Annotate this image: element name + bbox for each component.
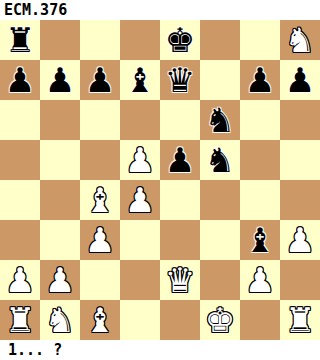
piece-black-knight[interactable]: ♞ — [205, 140, 235, 180]
square-d5[interactable]: ♟ — [120, 140, 160, 180]
square-c6[interactable] — [80, 100, 120, 140]
piece-black-pawn[interactable]: ♟ — [5, 60, 35, 100]
square-a1[interactable]: ♜ — [0, 300, 40, 340]
square-c1[interactable]: ♝ — [80, 300, 120, 340]
square-g4[interactable] — [240, 180, 280, 220]
square-d1[interactable] — [120, 300, 160, 340]
square-e5[interactable]: ♟ — [160, 140, 200, 180]
square-a3[interactable] — [0, 220, 40, 260]
piece-black-knight[interactable]: ♞ — [205, 100, 235, 140]
square-f3[interactable] — [200, 220, 240, 260]
square-f5[interactable]: ♞ — [200, 140, 240, 180]
piece-white-bishop[interactable]: ♝ — [85, 300, 115, 340]
piece-white-pawn[interactable]: ♟ — [285, 220, 315, 260]
move-prompt: 1... ? — [0, 340, 320, 360]
square-d3[interactable] — [120, 220, 160, 260]
square-e4[interactable] — [160, 180, 200, 220]
piece-black-pawn[interactable]: ♟ — [165, 140, 195, 180]
square-d8[interactable] — [120, 20, 160, 60]
chess-board: ♜♚♞♟♟♟♝♛♟♟♞♟♟♞♝♟♟♝♟♟♟♛♟♜♞♝♚♜ — [0, 20, 320, 340]
puzzle-id: ECM.376 — [0, 0, 320, 20]
square-e6[interactable] — [160, 100, 200, 140]
square-c8[interactable] — [80, 20, 120, 60]
square-f8[interactable] — [200, 20, 240, 60]
square-f7[interactable] — [200, 60, 240, 100]
square-h4[interactable] — [280, 180, 320, 220]
square-d6[interactable] — [120, 100, 160, 140]
chess-app-window: ECM.376 ♜♚♞♟♟♟♝♛♟♟♞♟♟♞♝♟♟♝♟♟♟♛♟♜♞♝♚♜ 1..… — [0, 0, 320, 360]
piece-white-pawn[interactable]: ♟ — [125, 180, 155, 220]
square-a2[interactable]: ♟ — [0, 260, 40, 300]
square-g5[interactable] — [240, 140, 280, 180]
square-d4[interactable]: ♟ — [120, 180, 160, 220]
square-g8[interactable] — [240, 20, 280, 60]
piece-black-rook[interactable]: ♜ — [5, 20, 35, 60]
piece-white-pawn[interactable]: ♟ — [245, 260, 275, 300]
piece-black-pawn[interactable]: ♟ — [45, 60, 75, 100]
square-b5[interactable] — [40, 140, 80, 180]
square-e7[interactable]: ♛ — [160, 60, 200, 100]
piece-white-pawn[interactable]: ♟ — [45, 260, 75, 300]
piece-white-knight[interactable]: ♞ — [285, 20, 315, 60]
piece-white-king[interactable]: ♚ — [205, 300, 235, 340]
square-h2[interactable] — [280, 260, 320, 300]
square-c7[interactable]: ♟ — [80, 60, 120, 100]
square-g2[interactable]: ♟ — [240, 260, 280, 300]
square-c4[interactable]: ♝ — [80, 180, 120, 220]
square-c5[interactable] — [80, 140, 120, 180]
square-a5[interactable] — [0, 140, 40, 180]
square-c3[interactable]: ♟ — [80, 220, 120, 260]
square-h3[interactable]: ♟ — [280, 220, 320, 260]
square-f2[interactable] — [200, 260, 240, 300]
piece-black-bishop[interactable]: ♝ — [125, 60, 155, 100]
square-e1[interactable] — [160, 300, 200, 340]
piece-black-queen[interactable]: ♛ — [165, 60, 195, 100]
piece-white-rook[interactable]: ♜ — [285, 300, 315, 340]
piece-white-pawn[interactable]: ♟ — [5, 260, 35, 300]
piece-white-pawn[interactable]: ♟ — [125, 140, 155, 180]
piece-white-rook[interactable]: ♜ — [5, 300, 35, 340]
square-h1[interactable]: ♜ — [280, 300, 320, 340]
piece-black-bishop[interactable]: ♝ — [245, 220, 275, 260]
square-f1[interactable]: ♚ — [200, 300, 240, 340]
square-a7[interactable]: ♟ — [0, 60, 40, 100]
piece-black-king[interactable]: ♚ — [165, 20, 195, 60]
piece-white-knight[interactable]: ♞ — [45, 300, 75, 340]
square-e2[interactable]: ♛ — [160, 260, 200, 300]
square-g3[interactable]: ♝ — [240, 220, 280, 260]
square-b3[interactable] — [40, 220, 80, 260]
square-g1[interactable] — [240, 300, 280, 340]
piece-black-pawn[interactable]: ♟ — [245, 60, 275, 100]
square-g6[interactable] — [240, 100, 280, 140]
square-f6[interactable]: ♞ — [200, 100, 240, 140]
square-b8[interactable] — [40, 20, 80, 60]
square-d2[interactable] — [120, 260, 160, 300]
square-b7[interactable]: ♟ — [40, 60, 80, 100]
square-f4[interactable] — [200, 180, 240, 220]
square-d7[interactable]: ♝ — [120, 60, 160, 100]
piece-white-pawn[interactable]: ♟ — [85, 220, 115, 260]
square-e8[interactable]: ♚ — [160, 20, 200, 60]
square-a4[interactable] — [0, 180, 40, 220]
square-h6[interactable] — [280, 100, 320, 140]
square-b4[interactable] — [40, 180, 80, 220]
square-e3[interactable] — [160, 220, 200, 260]
square-b1[interactable]: ♞ — [40, 300, 80, 340]
square-h8[interactable]: ♞ — [280, 20, 320, 60]
piece-white-bishop[interactable]: ♝ — [85, 180, 115, 220]
square-h5[interactable] — [280, 140, 320, 180]
piece-black-pawn[interactable]: ♟ — [85, 60, 115, 100]
square-b2[interactable]: ♟ — [40, 260, 80, 300]
square-c2[interactable] — [80, 260, 120, 300]
piece-white-queen[interactable]: ♛ — [165, 260, 195, 300]
square-b6[interactable] — [40, 100, 80, 140]
square-a8[interactable]: ♜ — [0, 20, 40, 60]
piece-black-pawn[interactable]: ♟ — [285, 60, 315, 100]
square-h7[interactable]: ♟ — [280, 60, 320, 100]
square-a6[interactable] — [0, 100, 40, 140]
square-g7[interactable]: ♟ — [240, 60, 280, 100]
